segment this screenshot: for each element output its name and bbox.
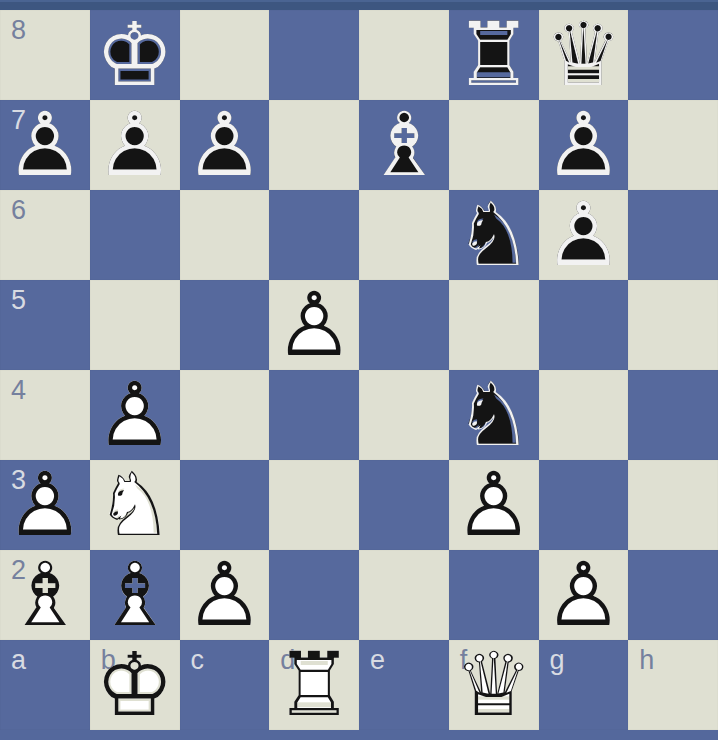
square-h7[interactable] xyxy=(628,100,718,190)
file-label-g: g xyxy=(550,647,565,674)
square-d5[interactable]: ♟♙ xyxy=(269,280,359,370)
square-d3[interactable] xyxy=(269,460,359,550)
piece-outline-glyph: ♗ xyxy=(364,100,443,190)
square-a5[interactable]: 5 xyxy=(0,280,90,370)
square-e6[interactable] xyxy=(359,190,449,280)
black-bishop-e7[interactable]: ♝♗ xyxy=(359,100,449,190)
square-f2[interactable] xyxy=(449,550,539,640)
square-e3[interactable] xyxy=(359,460,449,550)
black-rook-f8[interactable]: ♜♖ xyxy=(449,10,539,100)
white-pawn-c2[interactable]: ♟♙ xyxy=(180,550,270,640)
square-h6[interactable] xyxy=(628,190,718,280)
square-g2[interactable]: ♟♙ xyxy=(539,550,629,640)
square-f1[interactable]: f♛♕ xyxy=(449,640,539,730)
square-d8[interactable] xyxy=(269,10,359,100)
square-a3[interactable]: 3♟♙ xyxy=(0,460,90,550)
square-a7[interactable]: 7♟♙ xyxy=(0,100,90,190)
square-c8[interactable] xyxy=(180,10,270,100)
square-g8[interactable]: ♛♕ xyxy=(539,10,629,100)
piece-outline-glyph: ♕ xyxy=(544,10,623,100)
square-d1[interactable]: d♜♖ xyxy=(269,640,359,730)
square-c3[interactable] xyxy=(180,460,270,550)
square-d4[interactable] xyxy=(269,370,359,460)
rank-label-6: 6 xyxy=(11,197,26,224)
square-f3[interactable]: ♟♙ xyxy=(449,460,539,550)
square-d7[interactable] xyxy=(269,100,359,190)
piece-outline-glyph: ♖ xyxy=(454,10,533,100)
square-h1[interactable]: h xyxy=(628,640,718,730)
black-pawn-c7[interactable]: ♟♙ xyxy=(180,100,270,190)
white-bishop-b2[interactable]: ♝♗ xyxy=(90,550,180,640)
square-e2[interactable] xyxy=(359,550,449,640)
white-pawn-d5[interactable]: ♟♙ xyxy=(269,280,359,370)
piece-outline-glyph: ♙ xyxy=(185,100,264,190)
square-e1[interactable]: e xyxy=(359,640,449,730)
square-g1[interactable]: g xyxy=(539,640,629,730)
square-c5[interactable] xyxy=(180,280,270,370)
square-h5[interactable] xyxy=(628,280,718,370)
square-b4[interactable]: ♟♙ xyxy=(90,370,180,460)
piece-outline-glyph: ♙ xyxy=(544,100,623,190)
white-king-b1[interactable]: ♚♔ xyxy=(90,640,180,730)
piece-outline-glyph: ♘ xyxy=(454,370,533,460)
rank-label-8: 8 xyxy=(11,17,26,44)
square-h3[interactable] xyxy=(628,460,718,550)
piece-outline-glyph: ♙ xyxy=(95,100,174,190)
black-knight-f6[interactable]: ♞♘ xyxy=(449,190,539,280)
piece-outline-glyph: ♔ xyxy=(95,10,174,100)
white-pawn-g2[interactable]: ♟♙ xyxy=(539,550,629,640)
square-h8[interactable] xyxy=(628,10,718,100)
piece-outline-glyph: ♙ xyxy=(5,100,84,190)
square-b1[interactable]: b♚♔ xyxy=(90,640,180,730)
white-pawn-f3[interactable]: ♟♙ xyxy=(449,460,539,550)
square-e7[interactable]: ♝♗ xyxy=(359,100,449,190)
chess-board[interactable]: 8♚♔♜♖♛♕7♟♙♟♙♟♙♝♗♟♙6♞♘♟♙5♟♙4♟♙♞♘3♟♙♞♘♟♙2♝… xyxy=(0,10,718,730)
square-a1[interactable]: a xyxy=(0,640,90,730)
piece-outline-glyph: ♙ xyxy=(544,550,623,640)
square-f7[interactable] xyxy=(449,100,539,190)
square-g6[interactable]: ♟♙ xyxy=(539,190,629,280)
square-f8[interactable]: ♜♖ xyxy=(449,10,539,100)
square-b7[interactable]: ♟♙ xyxy=(90,100,180,190)
square-f4[interactable]: ♞♘ xyxy=(449,370,539,460)
square-c2[interactable]: ♟♙ xyxy=(180,550,270,640)
piece-outline-glyph: ♙ xyxy=(185,550,264,640)
file-label-h: h xyxy=(639,647,654,674)
square-h4[interactable] xyxy=(628,370,718,460)
square-g5[interactable] xyxy=(539,280,629,370)
square-b8[interactable]: ♚♔ xyxy=(90,10,180,100)
square-c6[interactable] xyxy=(180,190,270,280)
square-g4[interactable] xyxy=(539,370,629,460)
white-pawn-a3[interactable]: ♟♙ xyxy=(0,460,90,550)
square-e4[interactable] xyxy=(359,370,449,460)
black-queen-g8[interactable]: ♛♕ xyxy=(539,10,629,100)
black-knight-f4[interactable]: ♞♘ xyxy=(449,370,539,460)
white-pawn-b4[interactable]: ♟♙ xyxy=(90,370,180,460)
piece-outline-glyph: ♖ xyxy=(275,640,354,730)
piece-outline-glyph: ♕ xyxy=(454,640,533,730)
piece-outline-glyph: ♔ xyxy=(95,640,174,730)
black-pawn-b7[interactable]: ♟♙ xyxy=(90,100,180,190)
square-a8[interactable]: 8 xyxy=(0,10,90,100)
square-b6[interactable] xyxy=(90,190,180,280)
square-b5[interactable] xyxy=(90,280,180,370)
white-knight-b3[interactable]: ♞♘ xyxy=(90,460,180,550)
piece-outline-glyph: ♙ xyxy=(5,460,84,550)
black-king-b8[interactable]: ♚♔ xyxy=(90,10,180,100)
rank-label-4: 4 xyxy=(11,377,26,404)
piece-outline-glyph: ♗ xyxy=(95,550,174,640)
piece-outline-glyph: ♙ xyxy=(95,370,174,460)
file-label-e: e xyxy=(370,647,385,674)
square-a4[interactable]: 4 xyxy=(0,370,90,460)
file-label-a: a xyxy=(11,647,26,674)
piece-outline-glyph: ♘ xyxy=(454,190,533,280)
square-a6[interactable]: 6 xyxy=(0,190,90,280)
black-pawn-g6[interactable]: ♟♙ xyxy=(539,190,629,280)
square-d6[interactable] xyxy=(269,190,359,280)
white-queen-f1[interactable]: ♛♕ xyxy=(449,640,539,730)
piece-outline-glyph: ♙ xyxy=(275,280,354,370)
square-e5[interactable] xyxy=(359,280,449,370)
square-c7[interactable]: ♟♙ xyxy=(180,100,270,190)
square-g7[interactable]: ♟♙ xyxy=(539,100,629,190)
chess-app-screen: 8♚♔♜♖♛♕7♟♙♟♙♟♙♝♗♟♙6♞♘♟♙5♟♙4♟♙♞♘3♟♙♞♘♟♙2♝… xyxy=(0,0,718,740)
file-label-c: c xyxy=(191,647,205,674)
black-pawn-a7[interactable]: ♟♙ xyxy=(0,100,90,190)
square-f6[interactable]: ♞♘ xyxy=(449,190,539,280)
black-pawn-g7[interactable]: ♟♙ xyxy=(539,100,629,190)
square-h2[interactable] xyxy=(628,550,718,640)
white-bishop-a2[interactable]: ♝♗ xyxy=(0,550,90,640)
square-a2[interactable]: 2♝♗ xyxy=(0,550,90,640)
piece-outline-glyph: ♗ xyxy=(5,550,84,640)
square-d2[interactable] xyxy=(269,550,359,640)
square-e8[interactable] xyxy=(359,10,449,100)
rank-label-5: 5 xyxy=(11,287,26,314)
square-g3[interactable] xyxy=(539,460,629,550)
piece-outline-glyph: ♙ xyxy=(544,190,623,280)
white-rook-d1[interactable]: ♜♖ xyxy=(269,640,359,730)
square-b3[interactable]: ♞♘ xyxy=(90,460,180,550)
square-b2[interactable]: ♝♗ xyxy=(90,550,180,640)
square-f5[interactable] xyxy=(449,280,539,370)
piece-outline-glyph: ♘ xyxy=(95,460,174,550)
square-c4[interactable] xyxy=(180,370,270,460)
square-c1[interactable]: c xyxy=(180,640,270,730)
piece-outline-glyph: ♙ xyxy=(454,460,533,550)
